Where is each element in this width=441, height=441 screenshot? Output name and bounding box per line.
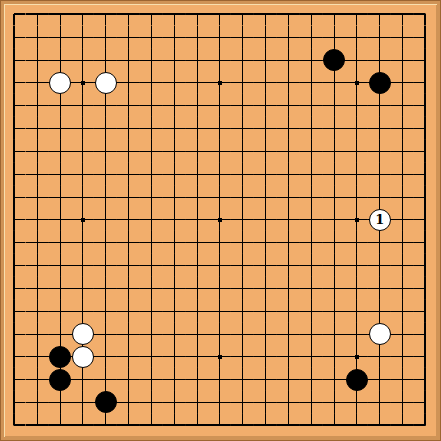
board-intersection[interactable] xyxy=(208,277,231,300)
board-intersection[interactable] xyxy=(26,323,49,346)
board-intersection[interactable] xyxy=(414,117,437,140)
board-intersection[interactable] xyxy=(26,391,49,414)
board-intersection[interactable] xyxy=(323,300,346,323)
board-intersection[interactable] xyxy=(94,71,117,94)
board-intersection[interactable] xyxy=(186,414,209,437)
board-intersection[interactable] xyxy=(3,323,26,346)
board-intersection[interactable] xyxy=(277,94,300,117)
board-intersection[interactable] xyxy=(414,345,437,368)
board-intersection[interactable] xyxy=(26,254,49,277)
board-intersection[interactable] xyxy=(391,414,414,437)
board-intersection[interactable] xyxy=(49,71,72,94)
board-intersection[interactable] xyxy=(163,208,186,231)
board-intersection[interactable] xyxy=(208,94,231,117)
board-intersection[interactable] xyxy=(414,163,437,186)
board-intersection[interactable] xyxy=(3,277,26,300)
board-intersection[interactable] xyxy=(26,277,49,300)
board-intersection[interactable] xyxy=(323,277,346,300)
board-intersection[interactable] xyxy=(231,117,254,140)
board-intersection[interactable] xyxy=(117,368,140,391)
board-intersection[interactable] xyxy=(231,208,254,231)
board-intersection[interactable] xyxy=(140,26,163,49)
board-intersection[interactable] xyxy=(254,140,277,163)
board-intersection[interactable] xyxy=(368,231,391,254)
board-intersection[interactable] xyxy=(71,231,94,254)
board-intersection[interactable] xyxy=(94,94,117,117)
board-intersection[interactable] xyxy=(345,71,368,94)
board-intersection[interactable] xyxy=(300,49,323,72)
board-intersection[interactable] xyxy=(208,208,231,231)
board-intersection[interactable] xyxy=(26,368,49,391)
board-intersection[interactable] xyxy=(94,414,117,437)
board-intersection[interactable] xyxy=(231,345,254,368)
board-intersection[interactable] xyxy=(208,414,231,437)
board-intersection[interactable] xyxy=(277,231,300,254)
board-intersection[interactable] xyxy=(345,186,368,209)
board-intersection[interactable] xyxy=(3,49,26,72)
board-intersection[interactable] xyxy=(345,117,368,140)
board-intersection[interactable] xyxy=(254,49,277,72)
board-intersection[interactable] xyxy=(94,300,117,323)
board-intersection[interactable] xyxy=(49,208,72,231)
board-intersection[interactable] xyxy=(231,323,254,346)
board-intersection[interactable] xyxy=(186,117,209,140)
board-intersection[interactable] xyxy=(323,117,346,140)
board-intersection[interactable] xyxy=(391,323,414,346)
board-intersection[interactable] xyxy=(254,254,277,277)
board-intersection[interactable] xyxy=(300,186,323,209)
board-intersection[interactable] xyxy=(277,208,300,231)
board-intersection[interactable] xyxy=(345,391,368,414)
board-intersection[interactable] xyxy=(71,300,94,323)
board-intersection[interactable] xyxy=(231,414,254,437)
board-intersection[interactable] xyxy=(391,140,414,163)
board-intersection[interactable] xyxy=(26,186,49,209)
board-intersection[interactable] xyxy=(368,186,391,209)
board-intersection[interactable] xyxy=(391,391,414,414)
board-intersection[interactable] xyxy=(117,208,140,231)
board-intersection[interactable] xyxy=(368,3,391,26)
board-intersection[interactable] xyxy=(163,231,186,254)
board-intersection[interactable] xyxy=(94,26,117,49)
board-intersection[interactable] xyxy=(300,26,323,49)
board-intersection[interactable] xyxy=(300,254,323,277)
board-intersection[interactable] xyxy=(3,254,26,277)
board-intersection[interactable] xyxy=(391,300,414,323)
board-intersection[interactable] xyxy=(368,117,391,140)
board-intersection[interactable] xyxy=(208,323,231,346)
board-intersection[interactable] xyxy=(163,94,186,117)
board-intersection[interactable]: 1 xyxy=(368,208,391,231)
board-intersection[interactable] xyxy=(345,323,368,346)
board-intersection[interactable] xyxy=(117,140,140,163)
board-intersection[interactable] xyxy=(117,323,140,346)
board-intersection[interactable] xyxy=(231,3,254,26)
board-intersection[interactable] xyxy=(140,300,163,323)
board-intersection[interactable] xyxy=(208,391,231,414)
board-intersection[interactable] xyxy=(391,254,414,277)
board-intersection[interactable] xyxy=(163,414,186,437)
board-intersection[interactable] xyxy=(254,277,277,300)
board-intersection[interactable] xyxy=(414,368,437,391)
board-intersection[interactable] xyxy=(208,300,231,323)
board-intersection[interactable] xyxy=(117,163,140,186)
board-intersection[interactable] xyxy=(208,3,231,26)
board-intersection[interactable] xyxy=(94,117,117,140)
board-intersection[interactable] xyxy=(140,3,163,26)
board-intersection[interactable] xyxy=(254,94,277,117)
board-intersection[interactable] xyxy=(231,94,254,117)
board-intersection[interactable] xyxy=(186,391,209,414)
board-intersection[interactable] xyxy=(323,186,346,209)
board-intersection[interactable] xyxy=(345,368,368,391)
board-intersection[interactable] xyxy=(277,71,300,94)
board-intersection[interactable] xyxy=(414,414,437,437)
board-intersection[interactable] xyxy=(71,254,94,277)
board-intersection[interactable] xyxy=(323,49,346,72)
board-intersection[interactable] xyxy=(3,117,26,140)
board-intersection[interactable] xyxy=(391,368,414,391)
board-intersection[interactable] xyxy=(368,368,391,391)
board-intersection[interactable] xyxy=(300,208,323,231)
board-intersection[interactable] xyxy=(26,3,49,26)
board-intersection[interactable] xyxy=(277,277,300,300)
board-intersection[interactable] xyxy=(3,345,26,368)
board-intersection[interactable] xyxy=(345,414,368,437)
board-intersection[interactable] xyxy=(368,414,391,437)
board-intersection[interactable] xyxy=(163,277,186,300)
board-intersection[interactable] xyxy=(186,300,209,323)
board-intersection[interactable] xyxy=(186,49,209,72)
board-intersection[interactable] xyxy=(231,368,254,391)
board-intersection[interactable] xyxy=(49,140,72,163)
board-intersection[interactable] xyxy=(300,163,323,186)
board-intersection[interactable] xyxy=(300,231,323,254)
board-intersection[interactable] xyxy=(208,117,231,140)
board-intersection[interactable] xyxy=(71,26,94,49)
board-intersection[interactable] xyxy=(345,345,368,368)
board-intersection[interactable] xyxy=(231,277,254,300)
board-intersection[interactable] xyxy=(368,277,391,300)
board-intersection[interactable] xyxy=(414,323,437,346)
board-intersection[interactable] xyxy=(26,140,49,163)
board-intersection[interactable] xyxy=(117,254,140,277)
board-intersection[interactable] xyxy=(71,345,94,368)
board-intersection[interactable] xyxy=(186,140,209,163)
board-intersection[interactable] xyxy=(277,368,300,391)
board-intersection[interactable] xyxy=(414,71,437,94)
board-intersection[interactable] xyxy=(391,94,414,117)
board-intersection[interactable] xyxy=(345,94,368,117)
board-intersection[interactable] xyxy=(345,163,368,186)
board-intersection[interactable] xyxy=(414,49,437,72)
board-intersection[interactable] xyxy=(208,49,231,72)
board-intersection[interactable] xyxy=(186,323,209,346)
board-intersection[interactable] xyxy=(3,368,26,391)
board-intersection[interactable] xyxy=(140,368,163,391)
board-intersection[interactable] xyxy=(94,163,117,186)
board-intersection[interactable] xyxy=(186,345,209,368)
board-intersection[interactable] xyxy=(94,254,117,277)
board-intersection[interactable] xyxy=(323,254,346,277)
board-intersection[interactable] xyxy=(368,300,391,323)
board-intersection[interactable] xyxy=(254,345,277,368)
board-intersection[interactable] xyxy=(71,208,94,231)
board-intersection[interactable] xyxy=(254,71,277,94)
board-intersection[interactable] xyxy=(71,368,94,391)
board-intersection[interactable] xyxy=(71,71,94,94)
board-intersection[interactable] xyxy=(71,391,94,414)
board-intersection[interactable] xyxy=(163,323,186,346)
board-intersection[interactable] xyxy=(3,3,26,26)
board-intersection[interactable] xyxy=(3,94,26,117)
board-intersection[interactable] xyxy=(3,414,26,437)
board-intersection[interactable] xyxy=(345,231,368,254)
board-intersection[interactable] xyxy=(26,117,49,140)
board-intersection[interactable] xyxy=(345,208,368,231)
board-intersection[interactable] xyxy=(117,391,140,414)
board-intersection[interactable] xyxy=(71,414,94,437)
board-intersection[interactable] xyxy=(117,49,140,72)
board-intersection[interactable] xyxy=(71,49,94,72)
board-intersection[interactable] xyxy=(345,140,368,163)
board-intersection[interactable] xyxy=(140,186,163,209)
board-intersection[interactable] xyxy=(368,94,391,117)
board-intersection[interactable] xyxy=(391,26,414,49)
board-intersection[interactable] xyxy=(186,208,209,231)
board-intersection[interactable] xyxy=(186,368,209,391)
board-intersection[interactable] xyxy=(117,231,140,254)
board-intersection[interactable] xyxy=(254,300,277,323)
board-intersection[interactable] xyxy=(345,26,368,49)
board-intersection[interactable] xyxy=(26,26,49,49)
board-intersection[interactable] xyxy=(49,277,72,300)
board-intersection[interactable] xyxy=(117,117,140,140)
board-intersection[interactable] xyxy=(414,208,437,231)
board-intersection[interactable] xyxy=(277,117,300,140)
board-intersection[interactable] xyxy=(140,163,163,186)
board-intersection[interactable] xyxy=(71,186,94,209)
board-intersection[interactable] xyxy=(300,391,323,414)
board-intersection[interactable] xyxy=(231,26,254,49)
board-intersection[interactable] xyxy=(277,391,300,414)
board-intersection[interactable] xyxy=(26,49,49,72)
board-intersection[interactable] xyxy=(163,163,186,186)
board-intersection[interactable] xyxy=(254,368,277,391)
board-intersection[interactable] xyxy=(26,94,49,117)
board-intersection[interactable] xyxy=(49,26,72,49)
board-intersection[interactable] xyxy=(323,3,346,26)
board-intersection[interactable] xyxy=(323,208,346,231)
board-intersection[interactable] xyxy=(277,49,300,72)
board-intersection[interactable] xyxy=(323,323,346,346)
board-intersection[interactable] xyxy=(368,26,391,49)
board-intersection[interactable] xyxy=(140,345,163,368)
board-intersection[interactable] xyxy=(140,49,163,72)
board-intersection[interactable] xyxy=(163,300,186,323)
board-intersection[interactable] xyxy=(26,414,49,437)
board-intersection[interactable] xyxy=(140,208,163,231)
board-intersection[interactable] xyxy=(391,163,414,186)
board-intersection[interactable] xyxy=(71,277,94,300)
board-intersection[interactable] xyxy=(323,368,346,391)
board-intersection[interactable] xyxy=(231,231,254,254)
board-intersection[interactable] xyxy=(254,414,277,437)
board-intersection[interactable] xyxy=(391,3,414,26)
board-intersection[interactable] xyxy=(3,26,26,49)
board-intersection[interactable] xyxy=(140,94,163,117)
board-intersection[interactable] xyxy=(323,414,346,437)
board-intersection[interactable] xyxy=(254,117,277,140)
board-intersection[interactable] xyxy=(94,3,117,26)
board-intersection[interactable] xyxy=(300,345,323,368)
board-intersection[interactable] xyxy=(277,323,300,346)
board-intersection[interactable] xyxy=(94,391,117,414)
board-intersection[interactable] xyxy=(163,391,186,414)
board-intersection[interactable] xyxy=(323,94,346,117)
board-intersection[interactable] xyxy=(300,94,323,117)
board-intersection[interactable] xyxy=(300,71,323,94)
board-intersection[interactable] xyxy=(186,231,209,254)
board-intersection[interactable] xyxy=(231,140,254,163)
board-intersection[interactable] xyxy=(3,71,26,94)
board-intersection[interactable] xyxy=(49,323,72,346)
board-intersection[interactable] xyxy=(117,300,140,323)
board-intersection[interactable] xyxy=(94,323,117,346)
board-intersection[interactable] xyxy=(186,277,209,300)
board-intersection[interactable] xyxy=(345,277,368,300)
board-intersection[interactable] xyxy=(231,163,254,186)
board-intersection[interactable] xyxy=(71,94,94,117)
board-intersection[interactable] xyxy=(26,231,49,254)
board-intersection[interactable] xyxy=(414,391,437,414)
board-intersection[interactable] xyxy=(414,3,437,26)
board-intersection[interactable] xyxy=(3,231,26,254)
board-intersection[interactable] xyxy=(323,391,346,414)
board-intersection[interactable] xyxy=(163,140,186,163)
board-intersection[interactable] xyxy=(49,49,72,72)
board-intersection[interactable] xyxy=(368,345,391,368)
board-intersection[interactable] xyxy=(231,71,254,94)
board-intersection[interactable] xyxy=(186,71,209,94)
board-intersection[interactable] xyxy=(163,3,186,26)
board-intersection[interactable] xyxy=(368,163,391,186)
board-intersection[interactable] xyxy=(71,323,94,346)
board-intersection[interactable] xyxy=(391,231,414,254)
board-intersection[interactable] xyxy=(323,163,346,186)
board-intersection[interactable] xyxy=(254,163,277,186)
board-intersection[interactable] xyxy=(277,163,300,186)
board-intersection[interactable] xyxy=(49,300,72,323)
board-intersection[interactable] xyxy=(140,140,163,163)
board-intersection[interactable] xyxy=(391,117,414,140)
board-intersection[interactable] xyxy=(49,94,72,117)
board-intersection[interactable] xyxy=(49,163,72,186)
board-intersection[interactable] xyxy=(117,345,140,368)
board-intersection[interactable] xyxy=(231,391,254,414)
board-intersection[interactable] xyxy=(208,163,231,186)
board-intersection[interactable] xyxy=(49,254,72,277)
board-intersection[interactable] xyxy=(94,277,117,300)
board-intersection[interactable] xyxy=(391,71,414,94)
board-intersection[interactable] xyxy=(231,186,254,209)
board-intersection[interactable] xyxy=(140,414,163,437)
board-intersection[interactable] xyxy=(208,140,231,163)
board-intersection[interactable] xyxy=(368,323,391,346)
board-intersection[interactable] xyxy=(345,300,368,323)
board-intersection[interactable] xyxy=(277,26,300,49)
board-intersection[interactable] xyxy=(254,231,277,254)
board-intersection[interactable] xyxy=(140,277,163,300)
board-intersection[interactable] xyxy=(117,186,140,209)
board-intersection[interactable] xyxy=(277,300,300,323)
board-intersection[interactable] xyxy=(163,254,186,277)
board-intersection[interactable] xyxy=(391,49,414,72)
board-intersection[interactable] xyxy=(300,117,323,140)
board-intersection[interactable] xyxy=(277,345,300,368)
board-intersection[interactable] xyxy=(368,391,391,414)
board-intersection[interactable] xyxy=(140,117,163,140)
board-intersection[interactable] xyxy=(208,26,231,49)
board-intersection[interactable] xyxy=(323,231,346,254)
board-intersection[interactable] xyxy=(94,231,117,254)
board-intersection[interactable] xyxy=(186,254,209,277)
board-intersection[interactable] xyxy=(277,254,300,277)
board-intersection[interactable] xyxy=(140,71,163,94)
board-intersection[interactable] xyxy=(277,140,300,163)
board-intersection[interactable] xyxy=(254,26,277,49)
board-intersection[interactable] xyxy=(71,140,94,163)
board-intersection[interactable] xyxy=(254,208,277,231)
board-intersection[interactable] xyxy=(300,277,323,300)
board-intersection[interactable] xyxy=(254,186,277,209)
board-intersection[interactable] xyxy=(345,254,368,277)
board-intersection[interactable] xyxy=(345,3,368,26)
board-intersection[interactable] xyxy=(186,186,209,209)
board-intersection[interactable] xyxy=(3,391,26,414)
board-intersection[interactable] xyxy=(300,414,323,437)
board-intersection[interactable] xyxy=(26,71,49,94)
board-intersection[interactable] xyxy=(3,186,26,209)
board-intersection[interactable] xyxy=(414,277,437,300)
board-intersection[interactable] xyxy=(414,186,437,209)
board-intersection[interactable] xyxy=(163,49,186,72)
board-intersection[interactable] xyxy=(163,345,186,368)
board-intersection[interactable] xyxy=(277,414,300,437)
board-intersection[interactable] xyxy=(300,323,323,346)
board-intersection[interactable] xyxy=(94,186,117,209)
board-intersection[interactable] xyxy=(368,71,391,94)
board-intersection[interactable] xyxy=(300,140,323,163)
board-intersection[interactable] xyxy=(208,231,231,254)
board-intersection[interactable] xyxy=(94,368,117,391)
board-intersection[interactable] xyxy=(323,71,346,94)
board-intersection[interactable] xyxy=(391,345,414,368)
board-intersection[interactable] xyxy=(186,94,209,117)
board-intersection[interactable] xyxy=(140,323,163,346)
board-intersection[interactable] xyxy=(277,186,300,209)
board-intersection[interactable] xyxy=(254,391,277,414)
board-intersection[interactable] xyxy=(49,186,72,209)
board-intersection[interactable] xyxy=(414,94,437,117)
board-intersection[interactable] xyxy=(231,49,254,72)
board-intersection[interactable] xyxy=(208,71,231,94)
board-intersection[interactable] xyxy=(49,117,72,140)
board-intersection[interactable] xyxy=(300,3,323,26)
board-intersection[interactable] xyxy=(71,163,94,186)
board-intersection[interactable] xyxy=(391,277,414,300)
board-intersection[interactable] xyxy=(26,163,49,186)
